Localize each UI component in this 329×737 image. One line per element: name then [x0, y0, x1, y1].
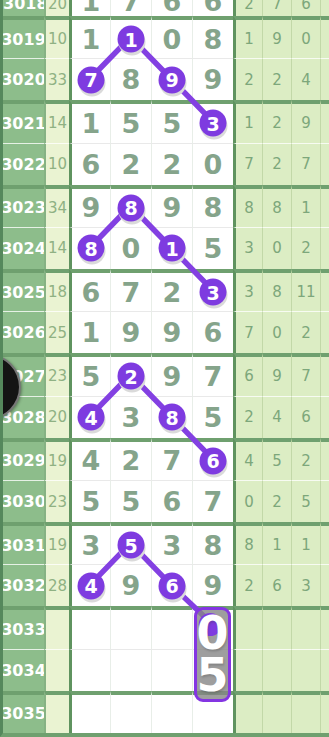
- stat-cell: 0: [262, 311, 291, 353]
- draw-digit-cell-text: 8: [204, 530, 223, 561]
- draw-digit-cell: 5: [192, 227, 233, 269]
- draw-digit-cell: 6: [151, 564, 192, 606]
- draw-digit-cell: 3: [192, 269, 233, 311]
- issue-cell: 3031: [3, 522, 44, 564]
- draw-digit-cell: 8: [192, 522, 233, 564]
- stat-cell-text: 2: [301, 452, 311, 470]
- issue-cell: 3021: [3, 100, 44, 142]
- stat-cell: 2: [233, 564, 262, 606]
- stat-cell: 1: [233, 16, 262, 58]
- draw-digit-cell: 7: [192, 480, 233, 522]
- draw-digit-cell-text: 6: [204, 317, 223, 348]
- stat-cell-text: 5: [301, 493, 311, 511]
- draw-digit-cell-text: 1: [82, 24, 101, 55]
- sum-cell-text: 14: [48, 239, 67, 257]
- issue-cell: 3029: [3, 438, 44, 480]
- stat-cell-text: 2: [244, 71, 254, 89]
- draw-digit-cell: 0: [110, 227, 151, 269]
- issue-cell-text: 3024: [1, 239, 46, 258]
- stat-cell-text: 2: [272, 114, 282, 132]
- draw-digit-cell-text: 3: [82, 530, 101, 561]
- draw-digit-cell: 5: [69, 480, 110, 522]
- draw-digit-cell: [69, 691, 110, 733]
- stat-cell-text: 1: [244, 114, 254, 132]
- draw-digit-cell-text: 9: [163, 192, 182, 223]
- draw-digit-cell-text: 7: [111, 0, 151, 16]
- trend-circle: 8: [78, 235, 105, 262]
- draw-digit-cell-text: 6: [82, 149, 101, 180]
- clipped-stat-cell: [320, 522, 329, 564]
- draw-digit-cell: 1: [69, 100, 110, 142]
- clipped-stat-cell: [320, 311, 329, 353]
- stat-cell-text: 6: [244, 367, 254, 385]
- issue-cell: 3035: [3, 691, 44, 733]
- issue-cell-text: 3023: [1, 198, 46, 217]
- stat-cell-text: 7: [301, 155, 311, 173]
- sum-cell-text: 33: [48, 71, 67, 89]
- draw-digit-cell: 5: [151, 100, 192, 142]
- stat-cell: 7: [291, 353, 320, 395]
- stat-cell-text: 3: [244, 239, 254, 257]
- sum-cell: 23: [44, 353, 69, 395]
- draw-digit-cell: 2: [110, 143, 151, 185]
- stat-cell-text: 0: [301, 30, 311, 48]
- stat-cell: 2: [233, 396, 262, 438]
- draw-digit-cell-text: 7: [163, 445, 182, 476]
- draw-digit-cell: 1: [69, 0, 110, 16]
- stat-cell-text: 7: [301, 367, 311, 385]
- draw-digit-cell-text: 2: [163, 149, 182, 180]
- stat-cell: 8: [233, 185, 262, 227]
- stat-cell: 4: [262, 396, 291, 438]
- stat-cell-text: 1: [272, 536, 282, 554]
- trend-circle: 1: [159, 235, 186, 262]
- draw-digit-cell: 4: [69, 564, 110, 606]
- clipped-stat-cell: [320, 185, 329, 227]
- draw-digit-cell: 1: [110, 16, 151, 58]
- sum-cell-text: 19: [48, 536, 67, 554]
- draw-digit-cell: 1: [69, 311, 110, 353]
- prediction-digit-bottom: 5: [197, 654, 229, 696]
- draw-digit-cell-text: 5: [122, 486, 141, 517]
- draw-digit-cell: 1: [69, 16, 110, 58]
- stat-cell: [262, 649, 291, 691]
- draw-digit-cell: [151, 691, 192, 733]
- draw-digit-cell: [151, 649, 192, 691]
- clipped-stat-cell: [320, 100, 329, 142]
- stat-cell: 3: [291, 564, 320, 606]
- stat-cell-text: 4: [272, 408, 282, 426]
- sum-cell: 10: [44, 16, 69, 58]
- stat-cell: 6: [233, 353, 262, 395]
- draw-digit-cell: 8: [192, 16, 233, 58]
- issue-cell-text: 3022: [1, 155, 46, 174]
- stat-cell: 8: [262, 185, 291, 227]
- draw-digit-cell: 7: [151, 438, 192, 480]
- trend-circle: 2: [118, 363, 145, 390]
- trend-circle: 1: [118, 26, 145, 53]
- stat-cell: 0: [291, 16, 320, 58]
- stat-cell-text: 2: [244, 408, 254, 426]
- stat-cell: 7: [262, 0, 291, 16]
- stat-cell-text: 2: [236, 0, 262, 13]
- sum-cell: [44, 649, 69, 691]
- stat-cell: 0: [262, 227, 291, 269]
- stat-cell-text: 6: [272, 577, 282, 595]
- draw-digit-cell-text: 7: [122, 277, 141, 308]
- issue-cell: 3032: [3, 564, 44, 606]
- draw-digit-cell: 5: [110, 100, 151, 142]
- draw-digit-cell: 1: [151, 227, 192, 269]
- draw-digit-cell: 3: [192, 100, 233, 142]
- clipped-stat-cell: [320, 649, 329, 691]
- prediction-box[interactable]: 0 5: [194, 607, 231, 701]
- stat-cell: 2: [262, 100, 291, 142]
- draw-digit-cell: 8: [192, 185, 233, 227]
- stat-cell-text: 8: [244, 199, 254, 217]
- issue-cell-text: 3019: [1, 30, 46, 49]
- draw-digit-cell-text: 9: [122, 570, 141, 601]
- draw-digit-cell: 9: [151, 311, 192, 353]
- stat-cell-text: 4: [244, 452, 254, 470]
- stat-cell-text: 8: [272, 199, 282, 217]
- draw-digit-cell-text: 5: [82, 361, 101, 392]
- sum-cell: 19: [44, 522, 69, 564]
- sum-cell-text: 23: [48, 367, 67, 385]
- draw-digit-cell: 7: [110, 0, 151, 16]
- clipped-stat-cell: [320, 606, 329, 648]
- draw-digit-cell: 6: [69, 143, 110, 185]
- trend-grid: 3018201766276301910110819030203378992243…: [3, 0, 329, 733]
- sum-cell: 18: [44, 269, 69, 311]
- clipped-stat-cell: [320, 691, 329, 733]
- draw-digit-cell-text: 9: [82, 192, 101, 223]
- sum-cell: 33: [44, 58, 69, 100]
- draw-digit-cell: 6: [192, 0, 233, 16]
- draw-digit-cell: 9: [151, 185, 192, 227]
- draw-digit-cell: [110, 691, 151, 733]
- stat-cell: 2: [233, 58, 262, 100]
- issue-cell-text: 3033: [1, 620, 46, 639]
- draw-digit-cell: [69, 649, 110, 691]
- draw-digit-cell: 6: [192, 311, 233, 353]
- draw-digit-cell-text: 2: [163, 277, 182, 308]
- stat-cell-text: 0: [244, 493, 254, 511]
- draw-digit-cell: [69, 606, 110, 648]
- stat-cell-text: 8: [272, 283, 282, 301]
- stat-cell: 4: [291, 58, 320, 100]
- draw-digit-cell-text: 9: [122, 317, 141, 348]
- stat-cell: 7: [291, 143, 320, 185]
- stat-cell-text: 9: [301, 114, 311, 132]
- draw-digit-cell-text: 5: [204, 402, 223, 433]
- draw-digit-cell: [151, 606, 192, 648]
- stat-cell-text: 1: [301, 536, 311, 554]
- draw-digit-cell: 5: [110, 522, 151, 564]
- draw-digit-cell: 4: [69, 396, 110, 438]
- stat-cell-text: 7: [244, 324, 254, 342]
- clipped-stat-cell: [320, 396, 329, 438]
- trend-circle: 8: [159, 404, 186, 431]
- draw-digit-cell-text: 0: [204, 149, 223, 180]
- clipped-stat-cell: [320, 353, 329, 395]
- stat-cell-text: 6: [292, 0, 320, 13]
- stat-cell-text: 7: [263, 0, 291, 13]
- draw-digit-cell: 2: [110, 438, 151, 480]
- stat-cell: [262, 606, 291, 648]
- sum-cell: 28: [44, 564, 69, 606]
- issue-cell-text: 3032: [1, 576, 46, 595]
- draw-digit-cell: 6: [69, 269, 110, 311]
- stat-cell: 2: [262, 480, 291, 522]
- stat-cell: 8: [233, 522, 262, 564]
- draw-digit-cell-text: 5: [122, 108, 141, 139]
- draw-digit-cell: 5: [69, 353, 110, 395]
- draw-digit-cell: [110, 649, 151, 691]
- stat-cell-text: 5: [272, 452, 282, 470]
- stat-cell: 0: [233, 480, 262, 522]
- draw-digit-cell-text: 9: [204, 570, 223, 601]
- draw-digit-cell-text: 6: [152, 0, 192, 16]
- sum-cell-text: 19: [48, 452, 67, 470]
- stat-cell: 6: [291, 396, 320, 438]
- draw-digit-cell: 3: [151, 522, 192, 564]
- draw-digit-cell: 9: [69, 185, 110, 227]
- stat-cell: 3: [233, 227, 262, 269]
- issue-cell-text: 3020: [1, 70, 46, 89]
- draw-digit-cell: 0: [151, 16, 192, 58]
- draw-digit-cell-text: 1: [82, 108, 101, 139]
- clipped-stat-cell: [320, 16, 329, 58]
- stat-cell: 7: [233, 311, 262, 353]
- stat-cell: 3: [233, 269, 262, 311]
- sum-cell-text: 10: [48, 30, 67, 48]
- stat-cell-text: 2: [301, 239, 311, 257]
- sum-cell: 23: [44, 480, 69, 522]
- draw-digit-cell-text: 5: [163, 108, 182, 139]
- stat-cell-text: 2: [272, 155, 282, 173]
- sum-cell: 10: [44, 143, 69, 185]
- trend-circle: 3: [200, 110, 227, 137]
- stat-cell: 2: [262, 143, 291, 185]
- draw-digit-cell: 9: [192, 564, 233, 606]
- clipped-stat-cell: [320, 480, 329, 522]
- issue-cell-text: 3029: [1, 451, 46, 470]
- draw-digit-cell: 9: [192, 58, 233, 100]
- draw-digit-cell-text: 9: [204, 64, 223, 95]
- draw-digit-cell: [110, 606, 151, 648]
- draw-digit-cell: 6: [151, 0, 192, 16]
- stat-cell: 6: [262, 564, 291, 606]
- clipped-stat-cell: [320, 0, 329, 16]
- stat-cell-text: 7: [244, 155, 254, 173]
- clipped-stat-cell: [320, 269, 329, 311]
- stat-cell: [291, 691, 320, 733]
- trend-circle: 6: [159, 572, 186, 599]
- issue-cell: 3026: [3, 311, 44, 353]
- issue-cell: 3033: [3, 606, 44, 648]
- issue-cell: 3025: [3, 269, 44, 311]
- stat-cell-text: 2: [244, 577, 254, 595]
- draw-digit-cell: 0: [192, 143, 233, 185]
- draw-digit-cell-text: 9: [163, 317, 182, 348]
- sum-cell: 25: [44, 311, 69, 353]
- sum-cell-text: 10: [48, 155, 67, 173]
- trend-circle: 7: [78, 66, 105, 93]
- stat-cell: 9: [291, 100, 320, 142]
- issue-cell: 3019: [3, 16, 44, 58]
- stat-cell: [262, 691, 291, 733]
- sum-cell: 14: [44, 227, 69, 269]
- issue-cell-text: 3018: [3, 0, 44, 13]
- issue-cell-text: 3030: [1, 492, 46, 511]
- stat-cell: [233, 649, 262, 691]
- trend-circle: 4: [78, 404, 105, 431]
- issue-cell: 3030: [3, 480, 44, 522]
- sum-cell: 14: [44, 100, 69, 142]
- draw-digit-cell: 5: [192, 396, 233, 438]
- sum-cell: [44, 691, 69, 733]
- stat-cell-text: 6: [301, 408, 311, 426]
- stat-cell-text: 2: [301, 324, 311, 342]
- sum-cell-text: 28: [48, 577, 67, 595]
- issue-cell: 3023: [3, 185, 44, 227]
- issue-cell-text: 3021: [1, 114, 46, 133]
- draw-digit-cell: 9: [151, 58, 192, 100]
- issue-cell-text: 3026: [1, 323, 46, 342]
- issue-cell-text: 3025: [1, 283, 46, 302]
- issue-cell: 3020: [3, 58, 44, 100]
- draw-digit-cell-text: 4: [82, 445, 101, 476]
- draw-digit-cell-text: 3: [122, 402, 141, 433]
- draw-digit-cell-text: 8: [122, 64, 141, 95]
- draw-digit-cell: 6: [151, 480, 192, 522]
- stat-cell-text: 0: [272, 239, 282, 257]
- stat-cell: 1: [291, 185, 320, 227]
- stat-cell-text: 2: [272, 71, 282, 89]
- sum-cell-text: 34: [48, 199, 67, 217]
- draw-digit-cell: 5: [110, 480, 151, 522]
- stat-cell: 2: [291, 311, 320, 353]
- stat-cell-text: 1: [244, 30, 254, 48]
- issue-cell-text: 3035: [1, 704, 46, 723]
- draw-digit-cell-text: 3: [163, 530, 182, 561]
- stat-cell: 1: [291, 522, 320, 564]
- draw-digit-cell-text: 8: [204, 192, 223, 223]
- draw-digit-cell-text: 1: [82, 317, 101, 348]
- sum-cell: 20: [44, 0, 69, 16]
- draw-digit-cell: 3: [69, 522, 110, 564]
- issue-cell-text: 3031: [1, 536, 46, 555]
- stat-cell-text: 3: [244, 283, 254, 301]
- sum-cell-text: 25: [48, 324, 67, 342]
- lottery-trend-chart: 3018201766276301910110819030203378992243…: [0, 0, 329, 737]
- clipped-stat-cell: [320, 438, 329, 480]
- stat-cell: [233, 606, 262, 648]
- clipped-stat-cell: [320, 227, 329, 269]
- stat-cell-text: 1: [301, 199, 311, 217]
- draw-digit-cell-text: 9: [163, 361, 182, 392]
- stat-cell: 2: [291, 227, 320, 269]
- stat-cell: 7: [233, 143, 262, 185]
- stat-cell: 11: [291, 269, 320, 311]
- sum-cell: 19: [44, 438, 69, 480]
- issue-cell: 3018: [3, 0, 44, 16]
- trend-circle: 4: [78, 572, 105, 599]
- sum-cell: [44, 606, 69, 648]
- stat-cell-text: 8: [244, 536, 254, 554]
- issue-cell: 3022: [3, 143, 44, 185]
- draw-digit-cell-text: 0: [163, 24, 182, 55]
- stat-cell: [291, 649, 320, 691]
- stat-cell: 8: [262, 269, 291, 311]
- draw-digit-cell: 6: [192, 438, 233, 480]
- draw-digit-cell: 7: [110, 269, 151, 311]
- draw-digit-cell-text: 7: [204, 486, 223, 517]
- sum-cell-text: 14: [48, 114, 67, 132]
- trend-circle: 9: [159, 66, 186, 93]
- draw-digit-cell: 7: [69, 58, 110, 100]
- draw-digit-cell-text: 2: [122, 445, 141, 476]
- stat-cell-text: 3: [301, 577, 311, 595]
- stat-cell: 6: [291, 0, 320, 16]
- draw-digit-cell: 3: [110, 396, 151, 438]
- draw-digit-cell-text: 6: [193, 0, 233, 16]
- issue-cell: 3034: [3, 649, 44, 691]
- draw-digit-cell-text: 7: [204, 361, 223, 392]
- sum-cell: 34: [44, 185, 69, 227]
- stat-cell: 2: [262, 58, 291, 100]
- stat-cell: [291, 606, 320, 648]
- stat-cell-text: 0: [272, 324, 282, 342]
- stat-cell: 9: [262, 353, 291, 395]
- stat-cell: [233, 691, 262, 733]
- draw-digit-cell-text: 1: [72, 0, 110, 16]
- draw-digit-cell: 8: [151, 396, 192, 438]
- draw-digit-cell: 4: [69, 438, 110, 480]
- draw-digit-cell: 2: [151, 269, 192, 311]
- stat-cell: 4: [233, 438, 262, 480]
- stat-cell: 2: [291, 438, 320, 480]
- clipped-stat-cell: [320, 58, 329, 100]
- draw-digit-cell: 7: [192, 353, 233, 395]
- draw-digit-cell-text: 5: [82, 486, 101, 517]
- stat-cell-text: 2: [272, 493, 282, 511]
- stat-cell: 5: [291, 480, 320, 522]
- draw-digit-cell: 9: [151, 353, 192, 395]
- clipped-stat-cell: [320, 143, 329, 185]
- sum-cell-text: 18: [48, 283, 67, 301]
- draw-digit-cell-text: 5: [204, 233, 223, 264]
- draw-digit-cell: 2: [110, 353, 151, 395]
- draw-digit-cell: 9: [110, 311, 151, 353]
- draw-digit-cell: 9: [110, 564, 151, 606]
- draw-digit-cell: 8: [110, 185, 151, 227]
- sum-cell-text: 23: [48, 493, 67, 511]
- stat-cell: 2: [233, 0, 262, 16]
- sum-cell-text: 20: [48, 408, 67, 426]
- stat-cell-text: 9: [272, 30, 282, 48]
- clipped-stat-cell: [320, 564, 329, 606]
- draw-digit-cell-text: 8: [204, 24, 223, 55]
- issue-cell: 3024: [3, 227, 44, 269]
- trend-circle: 3: [200, 279, 227, 306]
- draw-digit-cell: 8: [110, 58, 151, 100]
- draw-digit-cell-text: 6: [82, 277, 101, 308]
- draw-digit-cell: 2: [151, 143, 192, 185]
- draw-digit-cell: 8: [69, 227, 110, 269]
- stat-cell: 5: [262, 438, 291, 480]
